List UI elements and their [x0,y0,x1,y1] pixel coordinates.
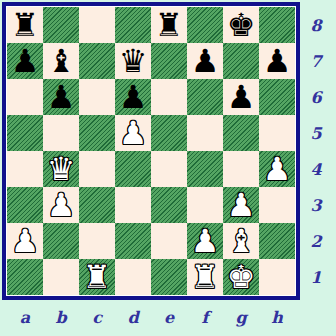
file-label-text: h [271,308,283,327]
square-d2[interactable] [115,223,151,259]
white-pawn[interactable]: ♟ [263,151,292,187]
black-pawn[interactable]: ♟ [119,79,148,115]
square-g7[interactable] [223,43,259,79]
square-e6[interactable] [151,79,187,115]
square-g6[interactable]: ♟ [223,79,259,115]
square-f8[interactable] [187,7,223,43]
square-h8[interactable] [259,7,295,43]
white-bishop[interactable]: ♝ [227,223,256,259]
square-h2[interactable] [259,223,295,259]
square-b4[interactable]: ♛ [43,151,79,187]
black-pawn[interactable]: ♟ [47,79,76,115]
square-h4[interactable]: ♟ [259,151,295,187]
square-g2[interactable]: ♝ [223,223,259,259]
square-e4[interactable] [151,151,187,187]
square-f7[interactable]: ♟ [187,43,223,79]
square-a3[interactable] [7,187,43,223]
white-pawn[interactable]: ♟ [11,223,40,259]
square-b3[interactable]: ♟ [43,187,79,223]
square-h1[interactable] [259,259,295,295]
rank-label-text: 5 [310,124,321,143]
rank-label-text: 8 [310,16,321,35]
black-pawn[interactable]: ♟ [191,43,220,79]
square-c8[interactable] [79,7,115,43]
file-label-text: c [92,308,102,327]
square-c3[interactable] [79,187,115,223]
square-d1[interactable] [115,259,151,295]
rank-label-text: 3 [310,196,321,215]
square-d7[interactable]: ♛ [115,43,151,79]
square-a7[interactable]: ♟ [7,43,43,79]
file-label-c: c [79,301,115,333]
square-f1[interactable]: ♜ [187,259,223,295]
square-a4[interactable] [7,151,43,187]
file-labels: abcdefgh [7,301,295,333]
white-pawn[interactable]: ♟ [47,187,76,223]
rank-label-3: 3 [301,187,331,223]
white-pawn[interactable]: ♟ [191,223,220,259]
square-e3[interactable] [151,187,187,223]
square-b8[interactable] [43,7,79,43]
square-h5[interactable] [259,115,295,151]
file-label-f: f [187,301,223,333]
white-pawn[interactable]: ♟ [119,115,148,151]
square-c2[interactable] [79,223,115,259]
square-d4[interactable] [115,151,151,187]
square-c6[interactable] [79,79,115,115]
square-g8[interactable]: ♚ [223,7,259,43]
white-queen[interactable]: ♛ [47,151,76,187]
square-f6[interactable] [187,79,223,115]
file-label-text: b [55,308,66,327]
rank-label-8: 8 [301,7,331,43]
file-label-g: g [223,301,259,333]
square-b5[interactable] [43,115,79,151]
square-e2[interactable] [151,223,187,259]
square-e1[interactable] [151,259,187,295]
square-c7[interactable] [79,43,115,79]
rank-label-text: 6 [310,88,321,107]
black-pawn[interactable]: ♟ [11,43,40,79]
square-d8[interactable] [115,7,151,43]
square-h6[interactable] [259,79,295,115]
square-c1[interactable]: ♜ [79,259,115,295]
square-a8[interactable]: ♜ [7,7,43,43]
file-label-text: f [202,308,209,327]
rank-label-text: 7 [310,52,321,71]
square-a1[interactable] [7,259,43,295]
square-f3[interactable] [187,187,223,223]
white-rook[interactable]: ♜ [191,259,220,295]
square-b2[interactable] [43,223,79,259]
black-bishop[interactable]: ♝ [47,43,76,79]
square-b1[interactable] [43,259,79,295]
square-a5[interactable] [7,115,43,151]
white-rook[interactable]: ♜ [83,259,112,295]
square-g5[interactable] [223,115,259,151]
square-h3[interactable] [259,187,295,223]
rank-label-7: 7 [301,43,331,79]
rank-label-1: 1 [301,259,331,295]
square-d5[interactable]: ♟ [115,115,151,151]
rank-labels: 87654321 [301,7,331,295]
black-rook[interactable]: ♜ [11,7,40,43]
file-label-h: h [259,301,295,333]
square-g1[interactable]: ♚ [223,259,259,295]
rank-label-text: 4 [310,160,321,179]
square-c4[interactable] [79,151,115,187]
rank-label-4: 4 [301,151,331,187]
black-queen[interactable]: ♛ [119,43,148,79]
square-e7[interactable] [151,43,187,79]
square-h7[interactable]: ♟ [259,43,295,79]
square-g4[interactable] [223,151,259,187]
square-f2[interactable]: ♟ [187,223,223,259]
square-f4[interactable] [187,151,223,187]
rank-label-6: 6 [301,79,331,115]
square-c5[interactable] [79,115,115,151]
file-label-text: e [164,308,174,327]
white-king[interactable]: ♚ [227,259,256,295]
file-label-e: e [151,301,187,333]
square-d3[interactable] [115,187,151,223]
square-d6[interactable]: ♟ [115,79,151,115]
rank-label-5: 5 [301,115,331,151]
black-pawn[interactable]: ♟ [263,43,292,79]
file-label-d: d [115,301,151,333]
file-label-text: d [127,308,138,327]
square-a6[interactable] [7,79,43,115]
file-label-b: b [43,301,79,333]
square-a2[interactable]: ♟ [7,223,43,259]
square-b6[interactable]: ♟ [43,79,79,115]
square-e5[interactable] [151,115,187,151]
square-g3[interactable]: ♟ [223,187,259,223]
rank-label-text: 1 [310,268,321,287]
rank-label-text: 2 [310,232,321,251]
square-f5[interactable] [187,115,223,151]
white-pawn[interactable]: ♟ [227,187,256,223]
chess-diagram-page: ♜♜♚♟♝♛♟♟♟♟♟♟♛♟♟♟♟♟♝♜♜♚ 87654321 abcdefgh [0,0,336,336]
black-rook[interactable]: ♜ [155,7,184,43]
black-king[interactable]: ♚ [227,7,256,43]
file-label-text: a [20,308,30,327]
file-label-text: g [235,308,246,327]
file-label-a: a [7,301,43,333]
rank-label-2: 2 [301,223,331,259]
square-b7[interactable]: ♝ [43,43,79,79]
chess-board: ♜♜♚♟♝♛♟♟♟♟♟♟♛♟♟♟♟♟♝♜♜♚ [7,7,295,295]
square-e8[interactable]: ♜ [151,7,187,43]
black-pawn[interactable]: ♟ [227,79,256,115]
board-frame: ♜♜♚♟♝♛♟♟♟♟♟♟♛♟♟♟♟♟♝♜♜♚ [2,2,300,300]
